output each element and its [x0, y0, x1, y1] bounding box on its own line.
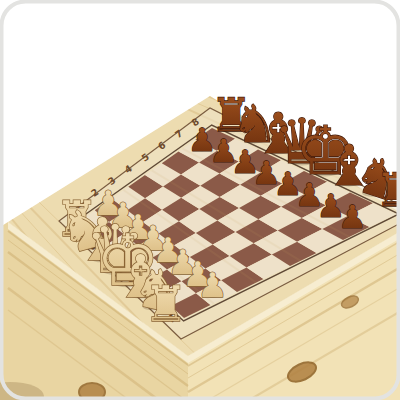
piece-white-p-h2: ♟ [197, 265, 227, 305]
piece-dark-p-h7: ♟ [338, 198, 367, 236]
board-scene: ABCDEFGH12345678♜♞♟♝♟♛♟♚♟♝♟♞♟♜♟♟♟♟♜♟♞♟♝♟… [0, 0, 400, 400]
chess-set-photo: ABCDEFGH12345678♜♞♟♝♟♛♟♚♟♝♟♞♟♜♟♟♟♟♜♟♞♟♝♟… [0, 0, 400, 400]
piece-white-r-h1: ♜ [144, 276, 188, 333]
piece-dark-r-h8: ♜ [375, 163, 400, 217]
